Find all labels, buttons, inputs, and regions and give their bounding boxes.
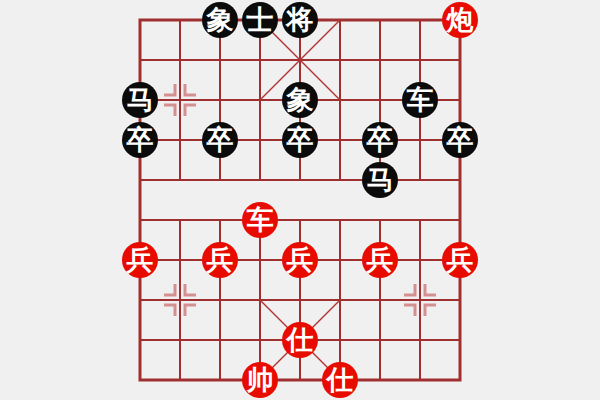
piece-black-soldier[interactable]: 卒	[200, 120, 240, 160]
black-horse-glyph: 马	[362, 162, 398, 198]
piece-red-soldier[interactable]: 兵	[360, 240, 400, 280]
red-advisor-glyph: 仕	[322, 362, 358, 398]
black-soldier-glyph: 卒	[442, 122, 478, 158]
piece-black-general[interactable]: 将	[280, 0, 320, 40]
piece-red-cannon[interactable]: 炮	[440, 0, 480, 40]
black-general-glyph: 将	[282, 2, 318, 38]
piece-black-elephant[interactable]: 象	[200, 0, 240, 40]
black-soldier-glyph: 卒	[122, 122, 158, 158]
piece-red-chariot[interactable]: 车	[240, 200, 280, 240]
piece-black-chariot[interactable]: 车	[400, 80, 440, 120]
red-general-glyph: 帅	[242, 362, 278, 398]
black-soldier-glyph: 卒	[282, 122, 318, 158]
piece-red-soldier[interactable]: 兵	[120, 240, 160, 280]
piece-grid: 象士将炮马象车卒卒卒卒卒马车兵兵兵兵兵仕帅仕	[120, 0, 480, 400]
black-soldier-glyph: 卒	[202, 122, 238, 158]
red-advisor-glyph: 仕	[282, 322, 318, 358]
piece-black-elephant[interactable]: 象	[280, 80, 320, 120]
xiangqi-board: 象士将炮马象车卒卒卒卒卒马车兵兵兵兵兵仕帅仕	[0, 0, 600, 400]
piece-red-advisor[interactable]: 仕	[280, 320, 320, 360]
black-horse-glyph: 马	[122, 82, 158, 118]
red-chariot-glyph: 车	[242, 202, 278, 238]
piece-black-horse[interactable]: 马	[360, 160, 400, 200]
red-cannon-glyph: 炮	[442, 2, 478, 38]
piece-black-soldier[interactable]: 卒	[360, 120, 400, 160]
piece-black-soldier[interactable]: 卒	[440, 120, 480, 160]
red-soldier-glyph: 兵	[282, 242, 318, 278]
piece-black-advisor[interactable]: 士	[240, 0, 280, 40]
black-chariot-glyph: 车	[402, 82, 438, 118]
piece-black-horse[interactable]: 马	[120, 80, 160, 120]
red-soldier-glyph: 兵	[442, 242, 478, 278]
piece-red-general[interactable]: 帅	[240, 360, 280, 400]
black-advisor-glyph: 士	[242, 2, 278, 38]
red-soldier-glyph: 兵	[122, 242, 158, 278]
piece-red-soldier[interactable]: 兵	[200, 240, 240, 280]
piece-red-advisor[interactable]: 仕	[320, 360, 360, 400]
red-soldier-glyph: 兵	[362, 242, 398, 278]
piece-black-soldier[interactable]: 卒	[280, 120, 320, 160]
piece-red-soldier[interactable]: 兵	[280, 240, 320, 280]
piece-red-soldier[interactable]: 兵	[440, 240, 480, 280]
piece-black-soldier[interactable]: 卒	[120, 120, 160, 160]
black-elephant-glyph: 象	[202, 2, 238, 38]
black-elephant-glyph: 象	[282, 82, 318, 118]
red-soldier-glyph: 兵	[202, 242, 238, 278]
black-soldier-glyph: 卒	[362, 122, 398, 158]
